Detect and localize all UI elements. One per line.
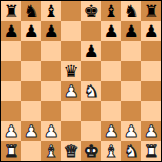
square-d2[interactable] [61,121,81,141]
square-d6[interactable] [61,41,81,61]
square-c5[interactable] [41,61,61,81]
white-pawn-icon: ♟ [101,121,121,141]
square-e4[interactable]: ♞ [81,81,101,101]
white-rook-icon: ♜ [141,141,161,161]
black-pawn-icon: ♟ [81,41,101,61]
square-b6[interactable] [21,41,41,61]
square-b8[interactable]: ♞ [21,1,41,21]
square-h8[interactable]: ♜ [141,1,161,21]
black-knight-icon: ♞ [121,1,141,21]
black-rook-icon: ♜ [1,1,21,21]
square-f5[interactable] [101,61,121,81]
square-f3[interactable] [101,101,121,121]
square-e5[interactable] [81,61,101,81]
black-king-icon: ♚ [81,1,101,21]
black-pawn-icon: ♟ [141,21,161,41]
square-d4[interactable]: ♟ [61,81,81,101]
square-a4[interactable] [1,81,21,101]
white-pawn-icon: ♟ [21,121,41,141]
white-pawn-icon: ♟ [1,121,21,141]
square-d3[interactable] [61,101,81,121]
square-c3[interactable] [41,101,61,121]
square-g3[interactable] [121,101,141,121]
black-knight-icon: ♞ [21,1,41,21]
chess-board: ♜♞♝♚♝♞♜♟♟♟♟♟♟♟♛♟♞♟♟♟♟♟♟♜♝♛♚♝♞♜ [1,1,161,161]
white-bishop-icon: ♝ [41,141,61,161]
square-g7[interactable]: ♟ [121,21,141,41]
black-bishop-icon: ♝ [41,1,61,21]
square-b5[interactable] [21,61,41,81]
square-h3[interactable] [141,101,161,121]
square-h7[interactable]: ♟ [141,21,161,41]
square-a7[interactable]: ♟ [1,21,21,41]
square-d8[interactable] [61,1,81,21]
square-e7[interactable] [81,21,101,41]
chess-board-frame: ♜♞♝♚♝♞♜♟♟♟♟♟♟♟♛♟♞♟♟♟♟♟♟♜♝♛♚♝♞♜ [0,0,162,162]
square-c2[interactable]: ♟ [41,121,61,141]
black-pawn-icon: ♟ [21,21,41,41]
square-f7[interactable]: ♟ [101,21,121,41]
square-d7[interactable] [61,21,81,41]
square-h2[interactable]: ♟ [141,121,161,141]
white-pawn-icon: ♟ [61,81,81,101]
square-a1[interactable]: ♜ [1,141,21,161]
square-c8[interactable]: ♝ [41,1,61,21]
white-knight-icon: ♞ [81,81,101,101]
square-h4[interactable] [141,81,161,101]
square-b1[interactable] [21,141,41,161]
square-e1[interactable]: ♚ [81,141,101,161]
square-b4[interactable] [21,81,41,101]
white-king-icon: ♚ [81,141,101,161]
square-f6[interactable] [101,41,121,61]
square-a8[interactable]: ♜ [1,1,21,21]
white-rook-icon: ♜ [1,141,21,161]
square-g5[interactable] [121,61,141,81]
square-g2[interactable]: ♟ [121,121,141,141]
white-pawn-icon: ♟ [41,121,61,141]
white-pawn-icon: ♟ [121,121,141,141]
black-pawn-icon: ♟ [121,21,141,41]
square-c6[interactable] [41,41,61,61]
black-bishop-icon: ♝ [101,1,121,21]
white-queen-icon: ♛ [61,141,81,161]
square-g4[interactable] [121,81,141,101]
square-e6[interactable]: ♟ [81,41,101,61]
square-e3[interactable] [81,101,101,121]
square-g8[interactable]: ♞ [121,1,141,21]
white-knight-icon: ♞ [121,141,141,161]
black-pawn-icon: ♟ [1,21,21,41]
black-rook-icon: ♜ [141,1,161,21]
square-f1[interactable]: ♝ [101,141,121,161]
square-e2[interactable] [81,121,101,141]
square-a3[interactable] [1,101,21,121]
square-g1[interactable]: ♞ [121,141,141,161]
square-a6[interactable] [1,41,21,61]
black-queen-icon: ♛ [61,61,81,81]
white-bishop-icon: ♝ [101,141,121,161]
square-f8[interactable]: ♝ [101,1,121,21]
square-a2[interactable]: ♟ [1,121,21,141]
square-e8[interactable]: ♚ [81,1,101,21]
square-c1[interactable]: ♝ [41,141,61,161]
white-pawn-icon: ♟ [141,121,161,141]
square-b2[interactable]: ♟ [21,121,41,141]
square-f2[interactable]: ♟ [101,121,121,141]
square-f4[interactable] [101,81,121,101]
square-b7[interactable]: ♟ [21,21,41,41]
square-h5[interactable] [141,61,161,81]
square-a5[interactable] [1,61,21,81]
square-g6[interactable] [121,41,141,61]
square-d1[interactable]: ♛ [61,141,81,161]
square-h1[interactable]: ♜ [141,141,161,161]
square-c4[interactable] [41,81,61,101]
square-d5[interactable]: ♛ [61,61,81,81]
square-b3[interactable] [21,101,41,121]
black-pawn-icon: ♟ [41,21,61,41]
square-c7[interactable]: ♟ [41,21,61,41]
black-pawn-icon: ♟ [101,21,121,41]
square-h6[interactable] [141,41,161,61]
